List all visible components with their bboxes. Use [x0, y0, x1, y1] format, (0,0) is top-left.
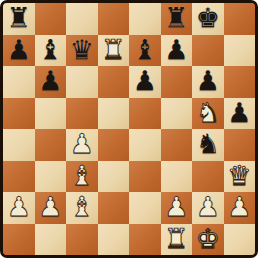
square-b7[interactable]: ♝: [35, 35, 67, 67]
square-d4[interactable]: [98, 129, 130, 161]
square-a7[interactable]: ♟: [3, 35, 35, 67]
square-d5[interactable]: [98, 98, 130, 130]
white-pawn-h2[interactable]: ♟: [227, 191, 251, 222]
square-f2[interactable]: ♟: [161, 192, 193, 224]
square-g3[interactable]: [192, 161, 224, 193]
white-queen-h3[interactable]: ♛: [227, 160, 251, 191]
square-a2[interactable]: ♟: [3, 192, 35, 224]
square-e3[interactable]: [129, 161, 161, 193]
black-pawn-e6[interactable]: ♟: [133, 65, 157, 96]
black-king-g8[interactable]: ♚: [196, 2, 220, 33]
square-c1[interactable]: [66, 224, 98, 256]
white-pawn-c4[interactable]: ♟: [70, 128, 94, 159]
square-h1[interactable]: [224, 224, 256, 256]
square-g7[interactable]: [192, 35, 224, 67]
square-h6[interactable]: [224, 66, 256, 98]
square-e4[interactable]: [129, 129, 161, 161]
black-pawn-g6[interactable]: ♟: [196, 65, 220, 96]
square-g2[interactable]: ♟: [192, 192, 224, 224]
chess-board: ♜♜♚♟♝♛♜♝♟♟♟♟♞♟♟♞♝♛♟♟♝♟♟♟♜♚: [3, 3, 255, 255]
black-pawn-b6[interactable]: ♟: [38, 65, 62, 96]
white-bishop-c2[interactable]: ♝: [70, 191, 94, 222]
square-g6[interactable]: ♟: [192, 66, 224, 98]
square-e2[interactable]: [129, 192, 161, 224]
square-c6[interactable]: [66, 66, 98, 98]
square-d8[interactable]: [98, 3, 130, 35]
square-c5[interactable]: [66, 98, 98, 130]
square-g5[interactable]: ♞: [192, 98, 224, 130]
square-f5[interactable]: [161, 98, 193, 130]
white-rook-f1[interactable]: ♜: [164, 223, 188, 254]
square-c7[interactable]: ♛: [66, 35, 98, 67]
square-b3[interactable]: [35, 161, 67, 193]
white-pawn-f2[interactable]: ♟: [164, 191, 188, 222]
black-rook-a8[interactable]: ♜: [7, 2, 31, 33]
white-king-g1[interactable]: ♚: [196, 223, 220, 254]
square-a5[interactable]: [3, 98, 35, 130]
black-pawn-f7[interactable]: ♟: [164, 34, 188, 65]
black-knight-g4[interactable]: ♞: [196, 128, 220, 159]
square-c8[interactable]: [66, 3, 98, 35]
square-b1[interactable]: [35, 224, 67, 256]
square-h5[interactable]: ♟: [224, 98, 256, 130]
black-queen-c7[interactable]: ♛: [70, 34, 94, 65]
black-pawn-a7[interactable]: ♟: [7, 34, 31, 65]
chess-board-frame: ♜♜♚♟♝♛♜♝♟♟♟♟♞♟♟♞♝♛♟♟♝♟♟♟♜♚: [0, 0, 258, 258]
square-f6[interactable]: [161, 66, 193, 98]
square-f4[interactable]: [161, 129, 193, 161]
square-g4[interactable]: ♞: [192, 129, 224, 161]
square-e7[interactable]: ♝: [129, 35, 161, 67]
square-a6[interactable]: [3, 66, 35, 98]
square-a8[interactable]: ♜: [3, 3, 35, 35]
square-d3[interactable]: [98, 161, 130, 193]
square-c3[interactable]: ♝: [66, 161, 98, 193]
white-pawn-b2[interactable]: ♟: [38, 191, 62, 222]
square-h7[interactable]: [224, 35, 256, 67]
square-e6[interactable]: ♟: [129, 66, 161, 98]
square-a4[interactable]: [3, 129, 35, 161]
white-pawn-g2[interactable]: ♟: [196, 191, 220, 222]
black-bishop-b7[interactable]: ♝: [38, 34, 62, 65]
square-b6[interactable]: ♟: [35, 66, 67, 98]
black-rook-f8[interactable]: ♜: [164, 2, 188, 33]
square-g1[interactable]: ♚: [192, 224, 224, 256]
square-d7[interactable]: ♜: [98, 35, 130, 67]
square-d1[interactable]: [98, 224, 130, 256]
square-a1[interactable]: [3, 224, 35, 256]
square-f3[interactable]: [161, 161, 193, 193]
square-b5[interactable]: [35, 98, 67, 130]
square-d6[interactable]: [98, 66, 130, 98]
square-f7[interactable]: ♟: [161, 35, 193, 67]
square-e8[interactable]: [129, 3, 161, 35]
white-bishop-c3[interactable]: ♝: [70, 160, 94, 191]
square-f8[interactable]: ♜: [161, 3, 193, 35]
white-pawn-a2[interactable]: ♟: [7, 191, 31, 222]
square-e5[interactable]: [129, 98, 161, 130]
square-h2[interactable]: ♟: [224, 192, 256, 224]
black-pawn-h5[interactable]: ♟: [227, 97, 251, 128]
square-g8[interactable]: ♚: [192, 3, 224, 35]
square-h3[interactable]: ♛: [224, 161, 256, 193]
square-a3[interactable]: [3, 161, 35, 193]
square-h4[interactable]: [224, 129, 256, 161]
square-h8[interactable]: [224, 3, 256, 35]
square-b4[interactable]: [35, 129, 67, 161]
square-c2[interactable]: ♝: [66, 192, 98, 224]
square-b8[interactable]: [35, 3, 67, 35]
square-f1[interactable]: ♜: [161, 224, 193, 256]
square-e1[interactable]: [129, 224, 161, 256]
white-rook-d7[interactable]: ♜: [101, 34, 125, 65]
square-c4[interactable]: ♟: [66, 129, 98, 161]
black-bishop-e7[interactable]: ♝: [133, 34, 157, 65]
white-knight-g5[interactable]: ♞: [196, 97, 220, 128]
square-d2[interactable]: [98, 192, 130, 224]
square-b2[interactable]: ♟: [35, 192, 67, 224]
